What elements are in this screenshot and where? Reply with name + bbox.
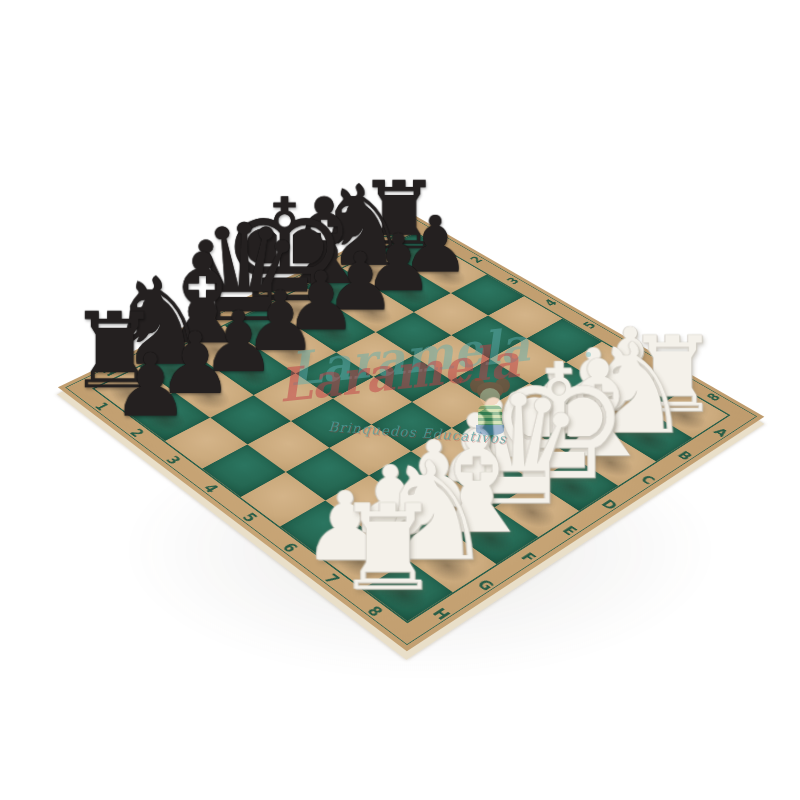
black-pawn-h2-piece: ♟ [111, 346, 189, 426]
white-rook-h8-piece: ♜ [335, 494, 441, 603]
chess-set-product-photo: 12345678 12345678 ABCDEFGH ABCDEFGH ♜♟♟♜… [0, 0, 800, 800]
board-scene: 12345678 12345678 ABCDEFGH ABCDEFGH ♜♟♟♜… [0, 0, 800, 800]
square-f4 [291, 399, 372, 448]
